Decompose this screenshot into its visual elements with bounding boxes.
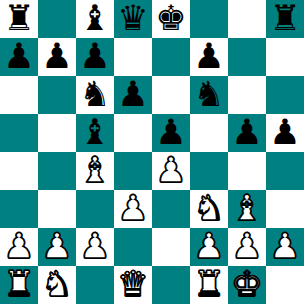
white-pawn-icon[interactable]: ♟ bbox=[231, 228, 262, 265]
square-f8[interactable] bbox=[190, 0, 228, 38]
square-g8[interactable] bbox=[228, 0, 266, 38]
square-d7[interactable] bbox=[114, 38, 152, 76]
square-c8[interactable]: ♝ bbox=[76, 0, 114, 38]
square-h3[interactable] bbox=[266, 190, 304, 228]
square-c2[interactable]: ♟ bbox=[76, 228, 114, 266]
square-d5[interactable] bbox=[114, 114, 152, 152]
square-b1[interactable]: ♞ bbox=[38, 266, 76, 304]
square-g4[interactable] bbox=[228, 152, 266, 190]
black-knight-icon[interactable]: ♞ bbox=[193, 76, 224, 113]
white-pawn-icon[interactable]: ♟ bbox=[269, 228, 300, 265]
white-pawn-icon[interactable]: ♟ bbox=[117, 190, 148, 227]
white-pawn-icon[interactable]: ♟ bbox=[79, 228, 110, 265]
square-b4[interactable] bbox=[38, 152, 76, 190]
square-b5[interactable] bbox=[38, 114, 76, 152]
square-f3[interactable]: ♞ bbox=[190, 190, 228, 228]
black-pawn-icon[interactable]: ♟ bbox=[3, 38, 34, 75]
square-e7[interactable] bbox=[152, 38, 190, 76]
square-a8[interactable]: ♜ bbox=[0, 0, 38, 38]
square-e5[interactable]: ♟ bbox=[152, 114, 190, 152]
black-rook-icon[interactable]: ♜ bbox=[3, 0, 34, 37]
black-pawn-icon[interactable]: ♟ bbox=[193, 38, 224, 75]
square-b7[interactable]: ♟ bbox=[38, 38, 76, 76]
square-h8[interactable]: ♜ bbox=[266, 0, 304, 38]
square-g5[interactable]: ♟ bbox=[228, 114, 266, 152]
square-b2[interactable]: ♟ bbox=[38, 228, 76, 266]
square-e4[interactable]: ♟ bbox=[152, 152, 190, 190]
white-pawn-icon[interactable]: ♟ bbox=[155, 152, 186, 189]
square-c7[interactable]: ♟ bbox=[76, 38, 114, 76]
square-c6[interactable]: ♞ bbox=[76, 76, 114, 114]
square-g6[interactable] bbox=[228, 76, 266, 114]
square-b8[interactable] bbox=[38, 0, 76, 38]
square-h5[interactable]: ♟ bbox=[266, 114, 304, 152]
white-knight-icon[interactable]: ♞ bbox=[41, 266, 72, 303]
square-d4[interactable] bbox=[114, 152, 152, 190]
black-bishop-icon[interactable]: ♝ bbox=[79, 0, 110, 37]
white-rook-icon[interactable]: ♜ bbox=[193, 266, 224, 303]
black-pawn-icon[interactable]: ♟ bbox=[231, 114, 262, 151]
square-a1[interactable]: ♜ bbox=[0, 266, 38, 304]
square-g7[interactable] bbox=[228, 38, 266, 76]
white-pawn-icon[interactable]: ♟ bbox=[41, 228, 72, 265]
square-g3[interactable]: ♝ bbox=[228, 190, 266, 228]
square-a3[interactable] bbox=[0, 190, 38, 228]
square-c1[interactable] bbox=[76, 266, 114, 304]
white-queen-icon[interactable]: ♛ bbox=[117, 266, 148, 303]
square-c3[interactable] bbox=[76, 190, 114, 228]
square-c5[interactable]: ♝ bbox=[76, 114, 114, 152]
white-pawn-icon[interactable]: ♟ bbox=[193, 228, 224, 265]
square-h2[interactable]: ♟ bbox=[266, 228, 304, 266]
chess-board: ♜♝♛♚♜♟♟♟♟♞♟♞♝♟♟♟♝♟♟♞♝♟♟♟♟♟♟♜♞♛♜♚ bbox=[0, 0, 304, 304]
square-a5[interactable] bbox=[0, 114, 38, 152]
white-knight-icon[interactable]: ♞ bbox=[193, 190, 224, 227]
square-h1[interactable] bbox=[266, 266, 304, 304]
square-e3[interactable] bbox=[152, 190, 190, 228]
square-d6[interactable]: ♟ bbox=[114, 76, 152, 114]
square-f1[interactable]: ♜ bbox=[190, 266, 228, 304]
black-pawn-icon[interactable]: ♟ bbox=[155, 114, 186, 151]
square-f4[interactable] bbox=[190, 152, 228, 190]
square-h6[interactable] bbox=[266, 76, 304, 114]
square-a6[interactable] bbox=[0, 76, 38, 114]
square-d3[interactable]: ♟ bbox=[114, 190, 152, 228]
square-h4[interactable] bbox=[266, 152, 304, 190]
square-e1[interactable] bbox=[152, 266, 190, 304]
black-pawn-icon[interactable]: ♟ bbox=[79, 38, 110, 75]
square-e6[interactable] bbox=[152, 76, 190, 114]
black-rook-icon[interactable]: ♜ bbox=[269, 0, 300, 37]
black-knight-icon[interactable]: ♞ bbox=[79, 76, 110, 113]
white-king-icon[interactable]: ♚ bbox=[231, 266, 262, 303]
square-d2[interactable] bbox=[114, 228, 152, 266]
square-a4[interactable] bbox=[0, 152, 38, 190]
square-g1[interactable]: ♚ bbox=[228, 266, 266, 304]
square-d1[interactable]: ♛ bbox=[114, 266, 152, 304]
square-e2[interactable] bbox=[152, 228, 190, 266]
square-b6[interactable] bbox=[38, 76, 76, 114]
square-g2[interactable]: ♟ bbox=[228, 228, 266, 266]
black-pawn-icon[interactable]: ♟ bbox=[117, 76, 148, 113]
square-b3[interactable] bbox=[38, 190, 76, 228]
black-pawn-icon[interactable]: ♟ bbox=[41, 38, 72, 75]
black-bishop-icon[interactable]: ♝ bbox=[79, 114, 110, 151]
black-king-icon[interactable]: ♚ bbox=[155, 0, 186, 37]
black-pawn-icon[interactable]: ♟ bbox=[269, 114, 300, 151]
square-f2[interactable]: ♟ bbox=[190, 228, 228, 266]
white-bishop-icon[interactable]: ♝ bbox=[231, 190, 262, 227]
square-f6[interactable]: ♞ bbox=[190, 76, 228, 114]
square-c4[interactable]: ♝ bbox=[76, 152, 114, 190]
square-a2[interactable]: ♟ bbox=[0, 228, 38, 266]
square-f7[interactable]: ♟ bbox=[190, 38, 228, 76]
black-queen-icon[interactable]: ♛ bbox=[117, 0, 148, 37]
square-d8[interactable]: ♛ bbox=[114, 0, 152, 38]
square-f5[interactable] bbox=[190, 114, 228, 152]
square-e8[interactable]: ♚ bbox=[152, 0, 190, 38]
square-h7[interactable] bbox=[266, 38, 304, 76]
white-rook-icon[interactable]: ♜ bbox=[3, 266, 34, 303]
white-pawn-icon[interactable]: ♟ bbox=[3, 228, 34, 265]
square-a7[interactable]: ♟ bbox=[0, 38, 38, 76]
white-bishop-icon[interactable]: ♝ bbox=[79, 152, 110, 189]
